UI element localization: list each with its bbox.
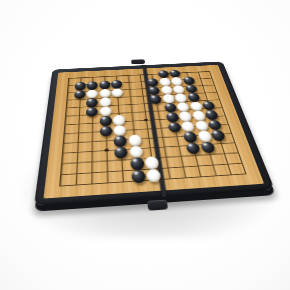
black-stone <box>148 86 160 95</box>
white-stone <box>197 131 212 143</box>
white-stone <box>172 85 185 94</box>
black-stone <box>130 157 145 170</box>
black-stone <box>165 112 179 122</box>
black-stone <box>182 77 195 85</box>
black-stone <box>202 101 216 111</box>
black-stone <box>147 78 159 87</box>
black-stone <box>100 116 112 127</box>
white-stone <box>112 88 124 97</box>
white-stone <box>99 97 111 107</box>
white-stone <box>162 94 175 103</box>
white-stone <box>159 78 171 87</box>
white-stone <box>146 169 162 183</box>
white-stone <box>179 111 193 121</box>
board-surface <box>43 65 264 199</box>
black-stone <box>183 131 198 143</box>
black-stone <box>99 81 110 90</box>
white-stone <box>99 89 110 98</box>
white-stone <box>99 106 111 116</box>
white-stone <box>128 135 142 147</box>
product-photo <box>0 0 290 290</box>
black-stone <box>87 81 98 90</box>
black-stone <box>114 147 128 160</box>
black-stone <box>186 142 202 154</box>
white-stone <box>194 120 209 131</box>
white-stone <box>171 77 184 85</box>
black-stone <box>74 90 86 99</box>
white-stone <box>160 86 173 95</box>
black-stone <box>150 95 163 104</box>
white-stone <box>174 93 187 102</box>
white-stone <box>192 111 206 121</box>
black-stone <box>200 141 216 153</box>
fold-hinge-bottom <box>147 200 168 211</box>
white-stone <box>87 89 98 98</box>
white-stone <box>113 115 126 126</box>
black-stone <box>210 130 226 142</box>
black-stone <box>74 82 85 91</box>
black-stone <box>187 93 201 102</box>
white-stone <box>113 125 126 136</box>
black-stone <box>111 80 122 89</box>
fold-hinge-top <box>131 59 145 64</box>
black-stone <box>185 84 198 93</box>
black-stone <box>164 103 177 113</box>
black-stone <box>114 135 127 147</box>
black-stone <box>204 110 219 120</box>
black-stone <box>131 170 146 184</box>
black-stone <box>207 120 222 131</box>
white-stone <box>181 121 196 132</box>
black-stone <box>86 98 98 108</box>
white-stone <box>189 101 203 111</box>
board-frame <box>34 61 275 205</box>
black-stone <box>167 122 181 133</box>
black-stone <box>86 107 98 117</box>
white-stone <box>176 102 190 112</box>
white-stone <box>129 146 143 159</box>
white-stone <box>144 156 159 169</box>
go-board <box>34 61 275 205</box>
black-stone <box>100 126 113 137</box>
